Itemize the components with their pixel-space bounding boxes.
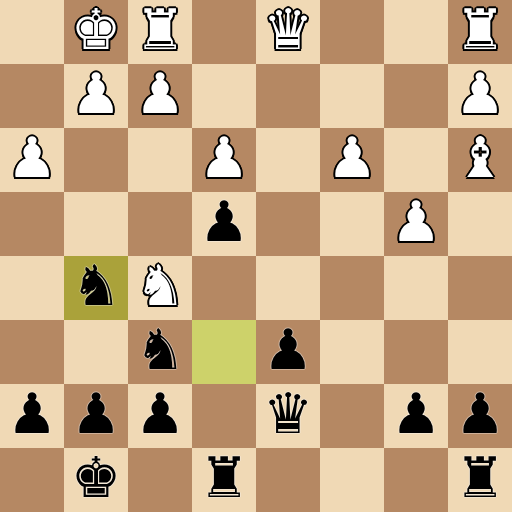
piece-black-pawn-a2[interactable]: ♟ [7,382,57,446]
square-f8[interactable] [320,0,384,64]
square-e4[interactable] [256,256,320,320]
square-h1[interactable]: ♜ [448,448,512,512]
square-a8[interactable] [0,0,64,64]
square-b1[interactable]: ♚ [64,448,128,512]
square-c3[interactable]: ♞ [128,320,192,384]
square-d1[interactable]: ♜ [192,448,256,512]
piece-black-pawn-c2[interactable]: ♟ [135,382,185,446]
square-h4[interactable] [448,256,512,320]
square-a2[interactable]: ♟ [0,384,64,448]
square-a3[interactable] [0,320,64,384]
square-g4[interactable] [384,256,448,320]
square-a1[interactable] [0,448,64,512]
square-a5[interactable] [0,192,64,256]
square-b7[interactable]: ♟ [64,64,128,128]
square-e8[interactable]: ♛ [256,0,320,64]
piece-white-pawn-h7[interactable]: ♟ [455,62,505,126]
square-f4[interactable] [320,256,384,320]
piece-white-pawn-b7[interactable]: ♟ [71,62,121,126]
piece-white-king-b8[interactable]: ♚ [71,0,121,62]
piece-white-knight-c4[interactable]: ♞ [135,254,185,318]
square-h2[interactable]: ♟ [448,384,512,448]
square-d4[interactable] [192,256,256,320]
piece-black-pawn-d5[interactable]: ♟ [199,190,249,254]
square-g8[interactable] [384,0,448,64]
square-b8[interactable]: ♚ [64,0,128,64]
square-d8[interactable] [192,0,256,64]
square-b2[interactable]: ♟ [64,384,128,448]
square-g1[interactable] [384,448,448,512]
square-g7[interactable] [384,64,448,128]
square-e1[interactable] [256,448,320,512]
square-b5[interactable] [64,192,128,256]
square-c4[interactable]: ♞ [128,256,192,320]
square-g3[interactable] [384,320,448,384]
piece-black-knight-c3[interactable]: ♞ [135,318,185,382]
piece-black-rook-h1[interactable]: ♜ [455,446,505,510]
square-e6[interactable] [256,128,320,192]
square-f5[interactable] [320,192,384,256]
piece-white-pawn-d6[interactable]: ♟ [199,126,249,190]
square-d6[interactable]: ♟ [192,128,256,192]
square-g5[interactable]: ♟ [384,192,448,256]
piece-black-rook-d1[interactable]: ♜ [199,446,249,510]
chess-board: ♚♜♛♜♟♟♟♟♟♟♝♟♟♞♞♞♟♟♟♟♛♟♟♚♜♜ [0,0,512,512]
piece-white-rook-h8[interactable]: ♜ [455,0,505,62]
square-f6[interactable]: ♟ [320,128,384,192]
piece-white-pawn-g5[interactable]: ♟ [391,190,441,254]
piece-white-pawn-c7[interactable]: ♟ [135,62,185,126]
piece-black-pawn-g2[interactable]: ♟ [391,382,441,446]
piece-white-pawn-a6[interactable]: ♟ [7,126,57,190]
square-b3[interactable] [64,320,128,384]
square-h7[interactable]: ♟ [448,64,512,128]
square-e2[interactable]: ♛ [256,384,320,448]
square-b4[interactable]: ♞ [64,256,128,320]
square-f2[interactable] [320,384,384,448]
square-a4[interactable] [0,256,64,320]
piece-black-king-b1[interactable]: ♚ [71,446,121,510]
square-c7[interactable]: ♟ [128,64,192,128]
piece-white-queen-e8[interactable]: ♛ [263,0,313,62]
square-d5[interactable]: ♟ [192,192,256,256]
square-c5[interactable] [128,192,192,256]
piece-black-pawn-b2[interactable]: ♟ [71,382,121,446]
piece-black-queen-e2[interactable]: ♛ [263,382,313,446]
square-f3[interactable] [320,320,384,384]
piece-black-pawn-e3[interactable]: ♟ [263,318,313,382]
square-g6[interactable] [384,128,448,192]
square-a7[interactable] [0,64,64,128]
square-e5[interactable] [256,192,320,256]
square-b6[interactable] [64,128,128,192]
square-h8[interactable]: ♜ [448,0,512,64]
square-e3[interactable]: ♟ [256,320,320,384]
square-d7[interactable] [192,64,256,128]
piece-black-knight-b4[interactable]: ♞ [71,254,121,318]
square-g2[interactable]: ♟ [384,384,448,448]
square-h6[interactable]: ♝ [448,128,512,192]
square-c1[interactable] [128,448,192,512]
square-d2[interactable] [192,384,256,448]
square-h5[interactable] [448,192,512,256]
piece-black-pawn-h2[interactable]: ♟ [455,382,505,446]
square-c8[interactable]: ♜ [128,0,192,64]
square-h3[interactable] [448,320,512,384]
piece-white-pawn-f6[interactable]: ♟ [327,126,377,190]
piece-white-bishop-h6[interactable]: ♝ [455,126,505,190]
square-a6[interactable]: ♟ [0,128,64,192]
square-e7[interactable] [256,64,320,128]
piece-white-rook-c8[interactable]: ♜ [135,0,185,62]
square-f1[interactable] [320,448,384,512]
square-c6[interactable] [128,128,192,192]
square-c2[interactable]: ♟ [128,384,192,448]
square-f7[interactable] [320,64,384,128]
square-d3[interactable] [192,320,256,384]
